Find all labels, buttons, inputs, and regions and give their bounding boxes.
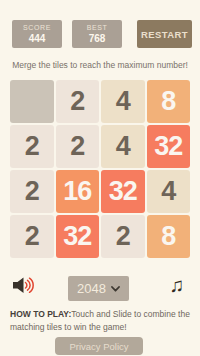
tagline-text: Merge the tiles to reach the maximum num… bbox=[0, 60, 200, 70]
empty-cell bbox=[10, 80, 54, 123]
tile-2: 2 bbox=[56, 80, 100, 123]
music-toggle-button[interactable]: ♫ bbox=[164, 272, 190, 298]
game-board[interactable]: 2482243221632423228 bbox=[10, 80, 190, 258]
chevron-down-icon bbox=[111, 286, 120, 292]
tile-4: 4 bbox=[101, 125, 145, 168]
how-to-play-label: HOW TO PLAY: bbox=[10, 309, 71, 319]
tile-16: 16 bbox=[56, 170, 100, 213]
tile-4: 4 bbox=[101, 80, 145, 123]
privacy-policy-button[interactable]: Privacy Policy bbox=[55, 337, 143, 355]
tile-2: 2 bbox=[10, 215, 54, 258]
mode-select-dropdown[interactable]: 2048 bbox=[68, 276, 129, 301]
score-label: SCORE bbox=[12, 24, 62, 32]
how-to-play-text: HOW TO PLAY:Touch and Slide to combine t… bbox=[10, 308, 192, 334]
tile-32: 32 bbox=[56, 215, 100, 258]
tile-32: 32 bbox=[101, 170, 145, 213]
game-2048-app: SCORE 444 BEST 768 RESTART Merge the til… bbox=[0, 0, 200, 356]
tile-2: 2 bbox=[10, 170, 54, 213]
best-value: 768 bbox=[72, 34, 122, 44]
tile-32: 32 bbox=[147, 125, 191, 168]
score-value: 444 bbox=[12, 34, 62, 44]
best-label: BEST bbox=[72, 24, 122, 32]
mode-selected-value: 2048 bbox=[77, 281, 106, 296]
tile-2: 2 bbox=[101, 215, 145, 258]
score-box: SCORE 444 bbox=[12, 20, 62, 48]
sound-toggle-button[interactable] bbox=[13, 277, 35, 294]
tile-2: 2 bbox=[10, 125, 54, 168]
speaker-volume-icon bbox=[13, 277, 35, 294]
tile-2: 2 bbox=[56, 125, 100, 168]
restart-button[interactable]: RESTART bbox=[137, 20, 192, 48]
tile-8: 8 bbox=[147, 80, 191, 123]
best-box: BEST 768 bbox=[72, 20, 122, 48]
tile-4: 4 bbox=[147, 170, 191, 213]
music-note-icon: ♫ bbox=[170, 274, 185, 297]
tile-8: 8 bbox=[147, 215, 191, 258]
